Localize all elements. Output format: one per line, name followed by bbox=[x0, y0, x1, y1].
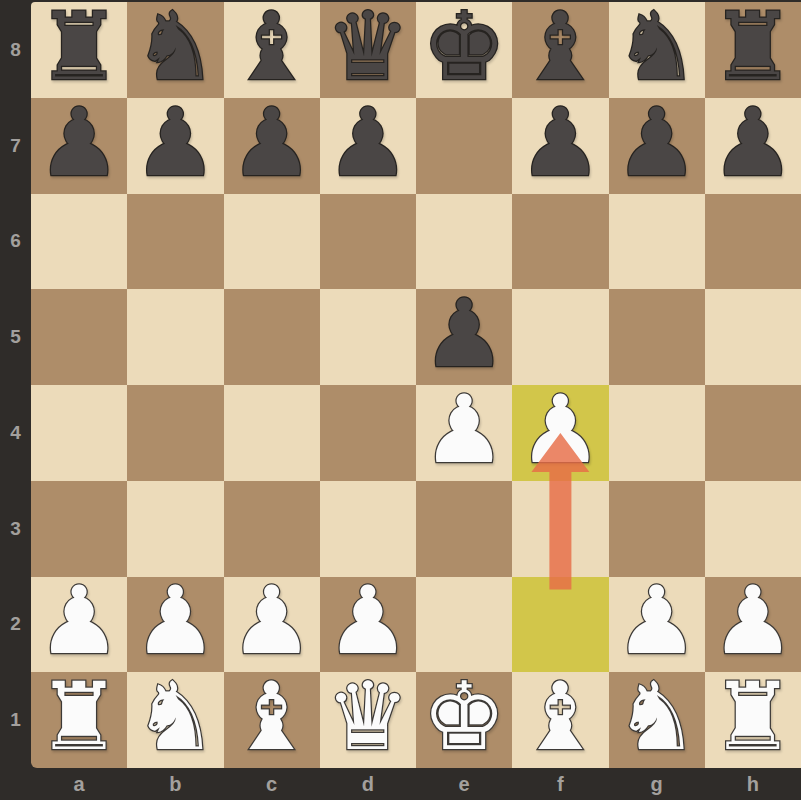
square-g2[interactable]: ♟ bbox=[609, 577, 705, 673]
rank-label-8: 8 bbox=[0, 2, 31, 98]
piece-white-king[interactable]: ♚ bbox=[422, 670, 506, 764]
square-f4[interactable]: ♟ bbox=[512, 385, 608, 481]
piece-black-pawn[interactable]: ♟ bbox=[614, 96, 698, 190]
piece-white-queen[interactable]: ♛ bbox=[326, 670, 410, 764]
square-f7[interactable]: ♟ bbox=[512, 98, 608, 194]
square-h2[interactable]: ♟ bbox=[705, 577, 801, 673]
square-a2[interactable]: ♟ bbox=[31, 577, 127, 673]
piece-white-pawn[interactable]: ♟ bbox=[422, 383, 506, 477]
square-e4[interactable]: ♟ bbox=[416, 385, 512, 481]
square-e7[interactable] bbox=[416, 98, 512, 194]
file-label-e: e bbox=[416, 768, 512, 800]
square-g6[interactable] bbox=[609, 194, 705, 290]
square-a6[interactable] bbox=[31, 194, 127, 290]
square-f6[interactable] bbox=[512, 194, 608, 290]
rank-label-4: 4 bbox=[0, 385, 31, 481]
chess-app-screen: 87654321 ♜♞♝♛♚♝♞♜♟♟♟♟♟♟♟♟♟♟♟♟♟♟♟♟♜♞♝♛♚♝♞… bbox=[0, 0, 801, 800]
piece-black-rook[interactable]: ♜ bbox=[711, 2, 795, 94]
square-d2[interactable]: ♟ bbox=[320, 577, 416, 673]
piece-black-bishop[interactable]: ♝ bbox=[229, 2, 313, 94]
file-label-f: f bbox=[512, 768, 608, 800]
square-a4[interactable] bbox=[31, 385, 127, 481]
square-b8[interactable]: ♞ bbox=[127, 2, 223, 98]
piece-white-pawn[interactable]: ♟ bbox=[37, 574, 121, 668]
piece-black-pawn[interactable]: ♟ bbox=[422, 287, 506, 381]
piece-white-rook[interactable]: ♜ bbox=[37, 670, 121, 764]
piece-black-pawn[interactable]: ♟ bbox=[518, 96, 602, 190]
square-d5[interactable] bbox=[320, 289, 416, 385]
file-label-d: d bbox=[320, 768, 416, 800]
piece-white-bishop[interactable]: ♝ bbox=[518, 670, 602, 764]
square-a3[interactable] bbox=[31, 481, 127, 577]
square-a1[interactable]: ♜ bbox=[31, 672, 127, 768]
piece-white-knight[interactable]: ♞ bbox=[133, 670, 217, 764]
square-h4[interactable] bbox=[705, 385, 801, 481]
square-b1[interactable]: ♞ bbox=[127, 672, 223, 768]
chess-board: ♜♞♝♛♚♝♞♜♟♟♟♟♟♟♟♟♟♟♟♟♟♟♟♟♜♞♝♛♚♝♞♜ bbox=[31, 2, 801, 768]
file-label-a: a bbox=[31, 768, 127, 800]
square-c2[interactable]: ♟ bbox=[224, 577, 320, 673]
piece-white-rook[interactable]: ♜ bbox=[711, 670, 795, 764]
square-d4[interactable] bbox=[320, 385, 416, 481]
square-b4[interactable] bbox=[127, 385, 223, 481]
square-a7[interactable]: ♟ bbox=[31, 98, 127, 194]
square-g5[interactable] bbox=[609, 289, 705, 385]
square-h3[interactable] bbox=[705, 481, 801, 577]
square-e1[interactable]: ♚ bbox=[416, 672, 512, 768]
rank-label-3: 3 bbox=[0, 481, 31, 577]
square-e3[interactable] bbox=[416, 481, 512, 577]
square-f1[interactable]: ♝ bbox=[512, 672, 608, 768]
rank-label-5: 5 bbox=[0, 289, 31, 385]
rank-label-1: 1 bbox=[0, 672, 31, 768]
square-h1[interactable]: ♜ bbox=[705, 672, 801, 768]
square-d6[interactable] bbox=[320, 194, 416, 290]
piece-white-knight[interactable]: ♞ bbox=[614, 670, 698, 764]
square-h5[interactable] bbox=[705, 289, 801, 385]
piece-black-queen[interactable]: ♛ bbox=[326, 2, 410, 94]
square-h8[interactable]: ♜ bbox=[705, 2, 801, 98]
piece-black-pawn[interactable]: ♟ bbox=[133, 96, 217, 190]
piece-black-pawn[interactable]: ♟ bbox=[326, 96, 410, 190]
square-a5[interactable] bbox=[31, 289, 127, 385]
square-c6[interactable] bbox=[224, 194, 320, 290]
file-label-h: h bbox=[705, 768, 801, 800]
square-f2[interactable] bbox=[512, 577, 608, 673]
square-b6[interactable] bbox=[127, 194, 223, 290]
rank-label-2: 2 bbox=[0, 577, 31, 673]
square-a8[interactable]: ♜ bbox=[31, 2, 127, 98]
rank-coordinates: 87654321 bbox=[0, 2, 31, 768]
rank-label-6: 6 bbox=[0, 194, 31, 290]
square-d7[interactable]: ♟ bbox=[320, 98, 416, 194]
square-b5[interactable] bbox=[127, 289, 223, 385]
square-e8[interactable]: ♚ bbox=[416, 2, 512, 98]
piece-black-pawn[interactable]: ♟ bbox=[229, 96, 313, 190]
square-b7[interactable]: ♟ bbox=[127, 98, 223, 194]
square-g3[interactable] bbox=[609, 481, 705, 577]
file-label-c: c bbox=[224, 768, 320, 800]
square-g4[interactable] bbox=[609, 385, 705, 481]
piece-white-pawn[interactable]: ♟ bbox=[229, 574, 313, 668]
square-c5[interactable] bbox=[224, 289, 320, 385]
square-d1[interactable]: ♛ bbox=[320, 672, 416, 768]
rank-label-7: 7 bbox=[0, 98, 31, 194]
square-d8[interactable]: ♛ bbox=[320, 2, 416, 98]
square-c3[interactable] bbox=[224, 481, 320, 577]
piece-black-rook[interactable]: ♜ bbox=[37, 2, 121, 94]
piece-black-knight[interactable]: ♞ bbox=[614, 2, 698, 94]
piece-black-bishop[interactable]: ♝ bbox=[518, 2, 602, 94]
piece-white-pawn[interactable]: ♟ bbox=[614, 574, 698, 668]
file-label-b: b bbox=[127, 768, 223, 800]
square-f3[interactable] bbox=[512, 481, 608, 577]
square-g8[interactable]: ♞ bbox=[609, 2, 705, 98]
piece-black-knight[interactable]: ♞ bbox=[133, 2, 217, 94]
piece-black-king[interactable]: ♚ bbox=[422, 2, 506, 94]
piece-black-pawn[interactable]: ♟ bbox=[37, 96, 121, 190]
piece-black-pawn[interactable]: ♟ bbox=[711, 96, 795, 190]
piece-white-pawn[interactable]: ♟ bbox=[518, 383, 602, 477]
square-d3[interactable] bbox=[320, 481, 416, 577]
square-g1[interactable]: ♞ bbox=[609, 672, 705, 768]
square-b3[interactable] bbox=[127, 481, 223, 577]
piece-white-pawn[interactable]: ♟ bbox=[326, 574, 410, 668]
square-c4[interactable] bbox=[224, 385, 320, 481]
square-e2[interactable] bbox=[416, 577, 512, 673]
file-label-g: g bbox=[609, 768, 705, 800]
piece-white-bishop[interactable]: ♝ bbox=[229, 670, 313, 764]
square-h7[interactable]: ♟ bbox=[705, 98, 801, 194]
file-coordinates: abcdefgh bbox=[31, 768, 801, 800]
square-h6[interactable] bbox=[705, 194, 801, 290]
square-c1[interactable]: ♝ bbox=[224, 672, 320, 768]
square-g7[interactable]: ♟ bbox=[609, 98, 705, 194]
piece-white-pawn[interactable]: ♟ bbox=[133, 574, 217, 668]
square-f5[interactable] bbox=[512, 289, 608, 385]
square-c7[interactable]: ♟ bbox=[224, 98, 320, 194]
square-e6[interactable] bbox=[416, 194, 512, 290]
square-f8[interactable]: ♝ bbox=[512, 2, 608, 98]
square-b2[interactable]: ♟ bbox=[127, 577, 223, 673]
square-c8[interactable]: ♝ bbox=[224, 2, 320, 98]
piece-white-pawn[interactable]: ♟ bbox=[711, 574, 795, 668]
square-e5[interactable]: ♟ bbox=[416, 289, 512, 385]
